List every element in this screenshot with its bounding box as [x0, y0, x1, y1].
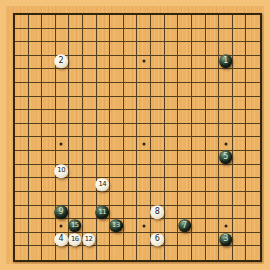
- grid-cell: [246, 15, 260, 29]
- grid-cell: [165, 206, 179, 220]
- grid-cell: [178, 29, 192, 43]
- grid-cell: [56, 178, 70, 192]
- stone-black-7[interactable]: 7: [178, 219, 192, 233]
- grid-cell: [165, 110, 179, 124]
- grid-cell: [178, 42, 192, 56]
- grid-cell: [124, 124, 138, 138]
- grid-cell: [151, 165, 165, 179]
- grid-cell: [69, 165, 83, 179]
- grid-cell: [124, 151, 138, 165]
- grid-cell: [192, 110, 206, 124]
- star-point: [60, 224, 63, 227]
- grid-cell: [124, 42, 138, 56]
- grid-cell: [124, 69, 138, 83]
- grid-cell: [69, 110, 83, 124]
- grid-cell: [246, 165, 260, 179]
- grid-cell: [233, 110, 247, 124]
- grid-cell: [97, 192, 111, 206]
- grid-cell: [69, 97, 83, 111]
- grid-cell: [42, 192, 56, 206]
- grid-cell: [165, 42, 179, 56]
- grid-cell: [124, 219, 138, 233]
- grid-cell: [246, 151, 260, 165]
- grid-cell: [83, 219, 97, 233]
- grid-cell: [151, 178, 165, 192]
- grid-cell: [178, 137, 192, 151]
- grid-cell: [83, 15, 97, 29]
- grid-cell: [97, 233, 111, 247]
- grid-cell: [110, 206, 124, 220]
- grid-cell: [151, 97, 165, 111]
- grid-cell: [151, 15, 165, 29]
- grid-cell: [97, 219, 111, 233]
- grid-cell: [15, 42, 29, 56]
- grid-cell: [15, 219, 29, 233]
- grid-cell: [137, 233, 151, 247]
- grid-cell: [124, 246, 138, 260]
- grid-cell: [110, 97, 124, 111]
- grid-cell: [165, 233, 179, 247]
- grid-cell: [233, 15, 247, 29]
- grid-cell: [42, 15, 56, 29]
- grid-cell: [192, 165, 206, 179]
- grid-cell: [192, 29, 206, 43]
- grid-cell: [97, 29, 111, 43]
- grid-cell: [97, 42, 111, 56]
- grid-cell: [29, 178, 43, 192]
- grid-cell: [246, 137, 260, 151]
- grid-cell: [246, 206, 260, 220]
- grid-cell: [29, 206, 43, 220]
- grid-cell: [233, 165, 247, 179]
- grid-cell: [124, 165, 138, 179]
- grid-cell: [124, 15, 138, 29]
- grid-cell: [56, 69, 70, 83]
- grid-cell: [192, 151, 206, 165]
- grid-cell: [233, 233, 247, 247]
- grid-cell: [56, 15, 70, 29]
- grid-cell: [97, 137, 111, 151]
- grid-cell: [29, 69, 43, 83]
- grid-cell: [56, 124, 70, 138]
- grid-cell: [219, 165, 233, 179]
- grid-cell: [151, 219, 165, 233]
- grid-cell: [15, 69, 29, 83]
- grid-cell: [124, 83, 138, 97]
- grid-cell: [83, 165, 97, 179]
- grid-cell: [151, 124, 165, 138]
- grid-cell: [124, 206, 138, 220]
- grid-cell: [206, 165, 220, 179]
- grid-cell: [29, 42, 43, 56]
- grid-cell: [246, 69, 260, 83]
- grid-cell: [165, 246, 179, 260]
- grid-cell: [110, 15, 124, 29]
- grid-cell: [246, 29, 260, 43]
- grid-cell: [178, 192, 192, 206]
- star-point: [142, 60, 145, 63]
- grid-cell: [137, 110, 151, 124]
- grid-cell: [137, 246, 151, 260]
- grid-cell: [219, 246, 233, 260]
- grid-cell: [42, 29, 56, 43]
- grid-cell: [83, 110, 97, 124]
- grid-cell: [151, 192, 165, 206]
- grid-cell: [69, 192, 83, 206]
- grid-cell: [69, 246, 83, 260]
- grid-cell: [29, 124, 43, 138]
- grid-cell: [246, 56, 260, 70]
- grid-cell: [97, 165, 111, 179]
- grid-cell: [206, 137, 220, 151]
- grid-cell: [233, 137, 247, 151]
- grid-cell: [110, 151, 124, 165]
- grid-cell: [97, 110, 111, 124]
- grid-cell: [192, 15, 206, 29]
- grid-cell: [219, 192, 233, 206]
- grid-cell: [29, 83, 43, 97]
- grid-cell: [178, 165, 192, 179]
- grid-cell: [206, 110, 220, 124]
- grid-cell: [137, 124, 151, 138]
- grid-cell: [97, 15, 111, 29]
- grid-cell: [42, 219, 56, 233]
- stone-white-2[interactable]: 2: [54, 54, 68, 68]
- grid-cell: [42, 124, 56, 138]
- grid-cell: [42, 69, 56, 83]
- grid-cell: [192, 69, 206, 83]
- grid-cell: [192, 206, 206, 220]
- grid-cell: [110, 56, 124, 70]
- grid-cell: [151, 110, 165, 124]
- stone-white-16[interactable]: 16: [68, 233, 82, 247]
- grid-cell: [206, 97, 220, 111]
- grid-cell: [15, 165, 29, 179]
- grid-cell: [110, 192, 124, 206]
- grid-cell: [192, 124, 206, 138]
- grid-cell: [246, 192, 260, 206]
- grid-cell: [29, 137, 43, 151]
- grid-cell: [233, 56, 247, 70]
- grid-cell: [83, 56, 97, 70]
- grid-cell: [192, 56, 206, 70]
- grid-cell: [42, 151, 56, 165]
- star-point: [142, 224, 145, 227]
- grid-cell: [219, 15, 233, 29]
- grid-cell: [246, 42, 260, 56]
- grid-cell: [29, 192, 43, 206]
- grid-cell: [219, 97, 233, 111]
- grid-cell: [151, 246, 165, 260]
- grid-cell: [110, 124, 124, 138]
- grid-cell: [178, 206, 192, 220]
- grid-cell: [219, 29, 233, 43]
- grid-cell: [69, 56, 83, 70]
- grid-cell: [42, 110, 56, 124]
- grid-cell: [69, 29, 83, 43]
- grid-cell: [178, 151, 192, 165]
- grid-cell: [69, 206, 83, 220]
- grid-cell: [165, 137, 179, 151]
- grid-cell: [219, 124, 233, 138]
- grid-cell: [178, 69, 192, 83]
- grid-cell: [233, 97, 247, 111]
- grid-cell: [124, 233, 138, 247]
- grid-cell: [69, 151, 83, 165]
- grid-cell: [56, 29, 70, 43]
- stone-black-3[interactable]: 3: [219, 233, 233, 247]
- stone-white-12[interactable]: 12: [82, 233, 96, 247]
- grid-cell: [29, 97, 43, 111]
- grid-cell: [151, 29, 165, 43]
- grid-cell: [83, 246, 97, 260]
- grid-cell: [83, 83, 97, 97]
- stone-black-11[interactable]: 11: [96, 205, 110, 219]
- grid-cell: [246, 178, 260, 192]
- stone-black-1[interactable]: 1: [219, 54, 233, 68]
- grid-cell: [233, 42, 247, 56]
- grid-cell: [69, 42, 83, 56]
- grid-cell: [233, 192, 247, 206]
- grid-cell: [97, 83, 111, 97]
- grid-cell: [124, 178, 138, 192]
- grid-cell: [165, 15, 179, 29]
- grid-cell: [69, 178, 83, 192]
- grid-cell: [233, 246, 247, 260]
- grid-cell: [206, 192, 220, 206]
- grid-cell: [124, 97, 138, 111]
- grid-cell: [219, 69, 233, 83]
- stone-white-10[interactable]: 10: [54, 164, 68, 178]
- star-point: [224, 142, 227, 145]
- grid-cell: [165, 151, 179, 165]
- grid-cell: [137, 83, 151, 97]
- stone-white-8[interactable]: 8: [150, 205, 164, 219]
- grid-cell: [206, 233, 220, 247]
- grid-cell: [165, 69, 179, 83]
- grid-cell: [137, 56, 151, 70]
- grid-cell: [110, 29, 124, 43]
- grid-cell: [137, 69, 151, 83]
- grid-cell: [97, 69, 111, 83]
- grid-cell: [165, 83, 179, 97]
- grid-cell: [83, 29, 97, 43]
- grid-cell: [219, 178, 233, 192]
- grid-cell: [178, 178, 192, 192]
- grid-cell: [97, 97, 111, 111]
- stone-black-9[interactable]: 9: [54, 205, 68, 219]
- grid-cell: [15, 246, 29, 260]
- grid-cell: [165, 124, 179, 138]
- grid-cell: [56, 246, 70, 260]
- grid-cell: [178, 233, 192, 247]
- grid-cell: [42, 97, 56, 111]
- grid-cell: [42, 178, 56, 192]
- grid-cell: [206, 83, 220, 97]
- grid-cell: [15, 233, 29, 247]
- grid-cell: [97, 124, 111, 138]
- grid-cell: [206, 69, 220, 83]
- stone-black-13[interactable]: 13: [109, 219, 123, 233]
- grid-cell: [206, 206, 220, 220]
- stone-black-5[interactable]: 5: [219, 150, 233, 164]
- grid-cell: [165, 165, 179, 179]
- grid-cell: [29, 110, 43, 124]
- grid-cell: [192, 233, 206, 247]
- grid-cell: [15, 137, 29, 151]
- grid-cell: [29, 15, 43, 29]
- grid-cell: [151, 137, 165, 151]
- grid-cell: [110, 42, 124, 56]
- grid-cell: [15, 110, 29, 124]
- grid-cell: [15, 56, 29, 70]
- grid-cell: [233, 124, 247, 138]
- grid-cell: [124, 192, 138, 206]
- grid-cell: [83, 151, 97, 165]
- grid-cell: [15, 192, 29, 206]
- grid-cell: [15, 178, 29, 192]
- grid-cell: [110, 165, 124, 179]
- grid-cell: [192, 42, 206, 56]
- grid-cell: [178, 83, 192, 97]
- grid-cell: [137, 29, 151, 43]
- grid-cell: [233, 219, 247, 233]
- grid-cell: [83, 42, 97, 56]
- grid-cell: [219, 206, 233, 220]
- star-point: [60, 142, 63, 145]
- grid-cell: [42, 246, 56, 260]
- grid-cell: [15, 97, 29, 111]
- grid-cell: [178, 110, 192, 124]
- grid-cell: [192, 83, 206, 97]
- grid-cell: [192, 246, 206, 260]
- grid-cell: [15, 151, 29, 165]
- grid-cell: [110, 137, 124, 151]
- grid-cell: [206, 246, 220, 260]
- grid-cell: [206, 15, 220, 29]
- grid-cell: [56, 192, 70, 206]
- grid-cell: [124, 110, 138, 124]
- grid-cell: [137, 165, 151, 179]
- grid-cell: [137, 42, 151, 56]
- grid-cell: [124, 29, 138, 43]
- grid-cell: [69, 124, 83, 138]
- grid-cell: [69, 15, 83, 29]
- grid-cell: [110, 246, 124, 260]
- grid-cell: [69, 69, 83, 83]
- grid-cell: [165, 192, 179, 206]
- grid-cell: [246, 246, 260, 260]
- grid-cell: [206, 151, 220, 165]
- grid-cell: [192, 97, 206, 111]
- grid-cell: [15, 15, 29, 29]
- grid-cell: [83, 97, 97, 111]
- grid-cell: [192, 192, 206, 206]
- grid-cell: [15, 29, 29, 43]
- grid-cell: [192, 137, 206, 151]
- grid-cell: [137, 206, 151, 220]
- grid-cell: [69, 83, 83, 97]
- grid-cell: [206, 42, 220, 56]
- grid-cell: [124, 56, 138, 70]
- stone-white-4[interactable]: 4: [54, 233, 68, 247]
- grid-cell: [15, 206, 29, 220]
- grid-cell: [15, 83, 29, 97]
- grid-cell: [151, 56, 165, 70]
- grid-cell: [110, 233, 124, 247]
- grid-cell: [219, 83, 233, 97]
- grid-cell: [83, 137, 97, 151]
- grid-cell: [206, 178, 220, 192]
- stone-white-14[interactable]: 14: [96, 178, 110, 192]
- grid-cell: [233, 178, 247, 192]
- grid-cell: [165, 56, 179, 70]
- grid-cell: [178, 97, 192, 111]
- grid-cell: [206, 56, 220, 70]
- grid-cell: [97, 151, 111, 165]
- grid-cell: [137, 151, 151, 165]
- grid-cell: [56, 110, 70, 124]
- grid-cell: [110, 110, 124, 124]
- grid-cell: [233, 206, 247, 220]
- star-point: [224, 224, 227, 227]
- grid-cell: [246, 124, 260, 138]
- stone-black-15[interactable]: 15: [68, 219, 82, 233]
- grid-cell: [110, 83, 124, 97]
- grid-cell: [137, 192, 151, 206]
- grid-cell: [110, 69, 124, 83]
- grid-cell: [56, 83, 70, 97]
- grid-cell: [56, 97, 70, 111]
- grid-cell: [29, 246, 43, 260]
- grid-cell: [137, 178, 151, 192]
- grid-cell: [178, 56, 192, 70]
- grid-cell: [29, 29, 43, 43]
- grid-cell: [56, 137, 70, 151]
- go-board[interactable]: 12345678910111213141516: [0, 0, 270, 270]
- grid-cell: [233, 83, 247, 97]
- grid-cell: [246, 233, 260, 247]
- grid-cell: [178, 15, 192, 29]
- grid-cell: [124, 137, 138, 151]
- grid-cell: [151, 42, 165, 56]
- grid-cell: [29, 233, 43, 247]
- grid-cell: [97, 246, 111, 260]
- grid-cell: [206, 29, 220, 43]
- grid-cell: [246, 83, 260, 97]
- grid-cell: [69, 137, 83, 151]
- grid-cell: [206, 124, 220, 138]
- grid-cell: [151, 151, 165, 165]
- stone-white-6[interactable]: 6: [150, 233, 164, 247]
- grid-cell: [151, 69, 165, 83]
- grid-cell: [178, 246, 192, 260]
- grid-cell: [110, 178, 124, 192]
- grid-cell: [42, 83, 56, 97]
- grid-cell: [42, 42, 56, 56]
- grid-cell: [29, 151, 43, 165]
- grid-cell: [219, 110, 233, 124]
- grid-cell: [246, 97, 260, 111]
- grid-cell: [206, 219, 220, 233]
- grid-cell: [233, 69, 247, 83]
- grid-cell: [15, 124, 29, 138]
- grid-cell: [97, 56, 111, 70]
- grid-cell: [233, 151, 247, 165]
- grid-cell: [83, 69, 97, 83]
- grid-cell: [165, 178, 179, 192]
- grid-cell: [56, 151, 70, 165]
